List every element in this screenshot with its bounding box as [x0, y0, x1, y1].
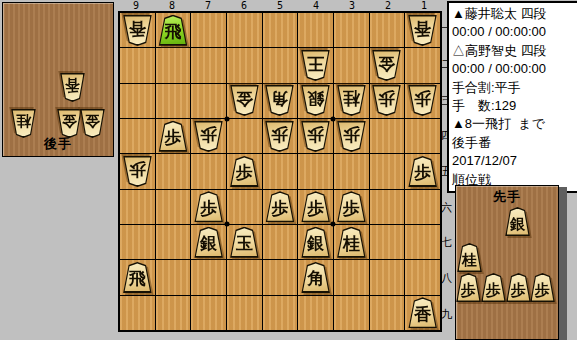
- square-5-2[interactable]: [263, 48, 298, 82]
- square-3-7[interactable]: 桂: [334, 225, 369, 259]
- hand-sente-piece-歩[interactable]: 歩: [506, 273, 531, 302]
- gote-piece-桂[interactable]: 桂: [337, 85, 366, 116]
- game-info-panel: ▲藤井聡太 四段00:00 / 00:00:00△高野智史 四段00:00 / …: [447, 1, 577, 193]
- hand-gote-piece-金[interactable]: 金: [57, 109, 82, 138]
- piece-glyph: 王: [307, 55, 324, 72]
- square-8-8[interactable]: [156, 260, 191, 294]
- square-1-8[interactable]: [405, 260, 440, 294]
- gote-piece-香[interactable]: 香: [123, 15, 152, 46]
- square-6-5[interactable]: 歩: [227, 154, 262, 188]
- square-7-1[interactable]: [191, 13, 226, 47]
- square-9-5[interactable]: 歩: [120, 154, 155, 188]
- square-8-3[interactable]: [156, 84, 191, 118]
- panel-line-5: 手合割:平手: [452, 79, 577, 97]
- piece-glyph: 歩: [511, 282, 526, 297]
- star-point: [224, 222, 229, 227]
- gote-piece-香[interactable]: 香: [408, 15, 437, 46]
- piece-glyph: 銀: [510, 216, 525, 231]
- sente-piece-歩[interactable]: 歩: [158, 121, 187, 152]
- sente-tray-label: 先手: [456, 188, 558, 206]
- piece-glyph: 歩: [378, 91, 395, 108]
- sente-piece-香[interactable]: 香: [408, 297, 437, 328]
- hand-gote-piece-香[interactable]: 香: [60, 73, 85, 102]
- square-9-6[interactable]: [120, 190, 155, 224]
- piece-glyph: 歩: [271, 200, 288, 217]
- piece-glyph: 香: [65, 79, 80, 94]
- square-1-3[interactable]: 歩: [405, 84, 440, 118]
- square-7-6[interactable]: 歩: [191, 190, 226, 224]
- square-8-2[interactable]: [156, 48, 191, 82]
- piece-glyph: 歩: [129, 161, 146, 178]
- piece-glyph: 香: [414, 20, 431, 37]
- square-5-7[interactable]: [263, 225, 298, 259]
- piece-glyph: 金: [378, 55, 395, 72]
- sente-piece-歩[interactable]: 歩: [301, 191, 330, 222]
- file-label-8: 8: [154, 0, 190, 11]
- square-2-2[interactable]: 金: [370, 48, 405, 82]
- star-point: [224, 116, 229, 121]
- sente-tray-shadow: [558, 187, 567, 340]
- piece-glyph: 歩: [343, 200, 360, 217]
- file-label-2: 2: [370, 0, 406, 11]
- square-4-9[interactable]: [298, 296, 333, 330]
- square-7-8[interactable]: [191, 260, 226, 294]
- file-label-1: 1: [406, 0, 442, 11]
- square-6-3[interactable]: 金: [227, 84, 262, 118]
- file-label-6: 6: [226, 0, 262, 11]
- square-6-9[interactable]: [227, 296, 262, 330]
- square-2-3[interactable]: 歩: [370, 84, 405, 118]
- piece-glyph: 銀: [307, 91, 324, 108]
- square-3-5[interactable]: [334, 154, 369, 188]
- square-1-2[interactable]: [405, 48, 440, 82]
- square-6-2[interactable]: [227, 48, 262, 82]
- square-9-7[interactable]: [120, 225, 155, 259]
- piece-glyph: 桂: [462, 252, 477, 267]
- piece-glyph: 歩: [343, 126, 360, 143]
- sente-piece-飛[interactable]: 飛: [123, 262, 152, 293]
- square-7-3[interactable]: [191, 84, 226, 118]
- piece-glyph: 香: [414, 306, 431, 323]
- sente-piece-歩[interactable]: 歩: [265, 191, 294, 222]
- square-5-4[interactable]: 歩: [263, 119, 298, 153]
- piece-glyph: 歩: [236, 164, 253, 181]
- square-6-4[interactable]: [227, 119, 262, 153]
- hand-sente-piece-歩[interactable]: 歩: [456, 273, 481, 302]
- square-7-4[interactable]: 歩: [191, 119, 226, 153]
- square-3-2[interactable]: [334, 48, 369, 82]
- square-2-6[interactable]: [370, 190, 405, 224]
- piece-glyph: 角: [271, 91, 288, 108]
- piece-glyph: 玉: [236, 235, 253, 252]
- hand-gote-piece-桂[interactable]: 桂: [11, 109, 36, 138]
- square-4-2[interactable]: 王: [298, 48, 333, 82]
- panel-line-7: ▲8一飛打 まで: [452, 115, 577, 133]
- piece-glyph: 飛: [164, 23, 181, 40]
- square-4-6[interactable]: 歩: [298, 190, 333, 224]
- square-5-6[interactable]: 歩: [263, 190, 298, 224]
- piece-glyph: 歩: [414, 164, 431, 181]
- hand-sente-piece-銀[interactable]: 銀: [505, 207, 530, 236]
- square-2-7[interactable]: [370, 225, 405, 259]
- square-9-1[interactable]: 香: [120, 13, 155, 47]
- square-6-6[interactable]: [227, 190, 262, 224]
- file-label-3: 3: [334, 0, 370, 11]
- square-4-4[interactable]: 歩: [298, 119, 333, 153]
- square-1-1[interactable]: 香: [405, 13, 440, 47]
- piece-glyph: 桂: [16, 115, 31, 130]
- gote-piece-角[interactable]: 角: [265, 85, 294, 116]
- square-7-9[interactable]: [191, 296, 226, 330]
- file-label-5: 5: [262, 0, 298, 11]
- sente-piece-銀[interactable]: 銀: [301, 227, 330, 258]
- square-7-7[interactable]: 銀: [191, 225, 226, 259]
- file-label-9: 9: [118, 0, 154, 11]
- square-8-7[interactable]: [156, 225, 191, 259]
- square-9-8[interactable]: 飛: [120, 260, 155, 294]
- panel-line-6: 手 数:129: [452, 97, 577, 115]
- square-2-5[interactable]: [370, 154, 405, 188]
- square-2-9[interactable]: [370, 296, 405, 330]
- sente-piece-飛[interactable]: 飛: [158, 15, 187, 46]
- square-6-1[interactable]: [227, 13, 262, 47]
- hand-sente-piece-歩[interactable]: 歩: [481, 273, 506, 302]
- file-label-4: 4: [298, 0, 334, 11]
- piece-glyph: 金: [85, 115, 100, 130]
- panel-line-3: △高野智史 四段: [452, 42, 577, 60]
- piece-glyph: 銀: [307, 235, 324, 252]
- hand-sente-piece-桂[interactable]: 桂: [457, 243, 482, 272]
- sente-piece-角[interactable]: 角: [301, 262, 330, 293]
- square-3-1[interactable]: [334, 13, 369, 47]
- piece-glyph: 角: [307, 270, 324, 287]
- square-7-5[interactable]: [191, 154, 226, 188]
- shogi-board: 香飛香王金金角銀桂歩歩歩歩歩歩歩歩歩歩歩歩歩歩銀玉銀桂飛角香: [118, 11, 442, 332]
- piece-glyph: 歩: [307, 200, 324, 217]
- square-5-3[interactable]: 角: [263, 84, 298, 118]
- square-1-5[interactable]: 歩: [405, 154, 440, 188]
- square-4-5[interactable]: [298, 154, 333, 188]
- piece-glyph: 歩: [307, 126, 324, 143]
- star-point: [331, 222, 336, 227]
- piece-glyph: 歩: [164, 129, 181, 146]
- square-8-5[interactable]: [156, 154, 191, 188]
- sente-piece-歩[interactable]: 歩: [337, 191, 366, 222]
- hand-sente-piece-歩[interactable]: 歩: [530, 273, 555, 302]
- sente-captured-tray: 先手 銀桂歩歩歩歩: [455, 185, 559, 340]
- square-5-1[interactable]: [263, 13, 298, 47]
- gote-captured-tray: 後手 香桂金金: [2, 2, 114, 157]
- piece-glyph: 桂: [343, 91, 360, 108]
- piece-glyph: 飛: [129, 270, 146, 287]
- gote-piece-歩[interactable]: 歩: [372, 85, 401, 116]
- square-6-8[interactable]: [227, 260, 262, 294]
- square-2-4[interactable]: [370, 119, 405, 153]
- square-5-8[interactable]: [263, 260, 298, 294]
- square-9-2[interactable]: [120, 48, 155, 82]
- gote-piece-歩[interactable]: 歩: [301, 121, 330, 152]
- piece-glyph: 香: [129, 20, 146, 37]
- piece-glyph: 歩: [200, 200, 217, 217]
- gote-piece-金[interactable]: 金: [230, 85, 259, 116]
- panel-line-1: ▲藤井聡太 四段: [452, 5, 577, 23]
- gote-piece-銀[interactable]: 銀: [301, 85, 330, 116]
- gote-piece-歩[interactable]: 歩: [408, 85, 437, 116]
- square-4-3[interactable]: 銀: [298, 84, 333, 118]
- square-9-9[interactable]: [120, 296, 155, 330]
- sente-piece-玉[interactable]: 玉: [230, 227, 259, 258]
- square-8-6[interactable]: [156, 190, 191, 224]
- square-3-4[interactable]: 歩: [334, 119, 369, 153]
- square-8-9[interactable]: [156, 296, 191, 330]
- square-1-9[interactable]: 香: [405, 296, 440, 330]
- panel-line-4: 00:00 / 00:00:00: [452, 60, 577, 78]
- square-2-8[interactable]: [370, 260, 405, 294]
- gote-piece-金[interactable]: 金: [372, 50, 401, 81]
- square-1-7[interactable]: [405, 225, 440, 259]
- sente-piece-桂[interactable]: 桂: [337, 227, 366, 258]
- square-6-7[interactable]: 玉: [227, 225, 262, 259]
- sente-piece-銀[interactable]: 銀: [194, 227, 223, 258]
- gote-piece-歩[interactable]: 歩: [123, 156, 152, 187]
- square-4-7[interactable]: 銀: [298, 225, 333, 259]
- file-label-7: 7: [190, 0, 226, 11]
- square-3-8[interactable]: [334, 260, 369, 294]
- gote-piece-歩[interactable]: 歩: [265, 121, 294, 152]
- square-1-4[interactable]: [405, 119, 440, 153]
- square-3-9[interactable]: [334, 296, 369, 330]
- piece-glyph: 桂: [343, 235, 360, 252]
- square-2-1[interactable]: [370, 13, 405, 47]
- gote-piece-王[interactable]: 王: [301, 50, 330, 81]
- square-3-3[interactable]: 桂: [334, 84, 369, 118]
- piece-glyph: 金: [236, 91, 253, 108]
- panel-line-8: 後手番: [452, 134, 577, 152]
- square-5-5[interactable]: [263, 154, 298, 188]
- panel-line-9: 2017/12/07: [452, 152, 577, 170]
- piece-glyph: 銀: [200, 235, 217, 252]
- piece-glyph: 歩: [414, 91, 431, 108]
- piece-glyph: 歩: [535, 282, 550, 297]
- piece-glyph: 歩: [200, 126, 217, 143]
- gote-piece-歩[interactable]: 歩: [337, 121, 366, 152]
- square-7-2[interactable]: [191, 48, 226, 82]
- file-labels: 987654321: [118, 0, 442, 11]
- star-point: [331, 116, 336, 121]
- sente-piece-歩[interactable]: 歩: [230, 156, 259, 187]
- square-4-8[interactable]: 角: [298, 260, 333, 294]
- piece-glyph: 金: [62, 115, 77, 130]
- square-9-3[interactable]: [120, 84, 155, 118]
- piece-glyph: 歩: [486, 282, 501, 297]
- panel-line-2: 00:00 / 00:00:00: [452, 23, 577, 41]
- gote-piece-歩[interactable]: 歩: [194, 121, 223, 152]
- piece-glyph: 歩: [461, 282, 476, 297]
- sente-piece-歩[interactable]: 歩: [194, 191, 223, 222]
- sente-piece-歩[interactable]: 歩: [408, 156, 437, 187]
- square-5-9[interactable]: [263, 296, 298, 330]
- square-8-4[interactable]: 歩: [156, 119, 191, 153]
- hand-gote-piece-金[interactable]: 金: [80, 109, 105, 138]
- square-4-1[interactable]: [298, 13, 333, 47]
- square-9-4[interactable]: [120, 119, 155, 153]
- piece-glyph: 歩: [271, 126, 288, 143]
- square-1-6[interactable]: [405, 190, 440, 224]
- square-8-1[interactable]: 飛: [156, 13, 191, 47]
- shogi-app-window: 後手 香桂金金 987654321 一二三四五六七八九 香飛香王金金角銀桂歩歩歩…: [0, 0, 577, 340]
- square-3-6[interactable]: 歩: [334, 190, 369, 224]
